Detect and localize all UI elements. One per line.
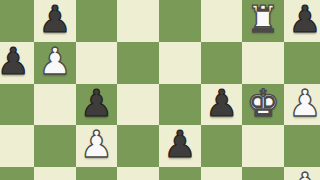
square-r5-c3[interactable] bbox=[76, 167, 118, 180]
square-r3-c3[interactable]: ♟ bbox=[76, 84, 118, 126]
square-r4-c6[interactable] bbox=[201, 125, 243, 167]
square-r5-c8[interactable]: ♟ bbox=[284, 167, 320, 180]
square-r1-c3[interactable] bbox=[76, 0, 118, 42]
square-r4-c2[interactable] bbox=[34, 125, 76, 167]
square-r4-c5[interactable]: ♟ bbox=[159, 125, 201, 167]
square-r5-c6[interactable] bbox=[201, 167, 243, 180]
square-r2-c7[interactable] bbox=[242, 42, 284, 84]
chess-board: ♟♜♟♟♟♟♟♚♟♟♟♟ bbox=[0, 0, 320, 180]
square-r1-c4[interactable] bbox=[117, 0, 159, 42]
square-r1-c1[interactable] bbox=[0, 0, 34, 42]
square-r5-c5[interactable] bbox=[159, 167, 201, 180]
black-pawn[interactable]: ♟ bbox=[163, 124, 196, 166]
square-r1-c6[interactable] bbox=[201, 0, 243, 42]
square-r2-c4[interactable] bbox=[117, 42, 159, 84]
white-pawn[interactable]: ♟ bbox=[80, 124, 113, 166]
black-pawn[interactable]: ♟ bbox=[38, 0, 71, 41]
square-r5-c2[interactable] bbox=[34, 167, 76, 180]
square-r1-c5[interactable] bbox=[159, 0, 201, 42]
square-r2-c5[interactable] bbox=[159, 42, 201, 84]
square-r2-c8[interactable] bbox=[284, 42, 320, 84]
square-r1-c8[interactable]: ♟ bbox=[284, 0, 320, 42]
square-r4-c3[interactable]: ♟ bbox=[76, 125, 118, 167]
black-pawn[interactable]: ♟ bbox=[80, 83, 113, 125]
square-r3-c6[interactable]: ♟ bbox=[201, 84, 243, 126]
square-r2-c6[interactable] bbox=[201, 42, 243, 84]
square-r3-c8[interactable]: ♟ bbox=[284, 84, 320, 126]
square-r5-c4[interactable] bbox=[117, 167, 159, 180]
white-pawn[interactable]: ♟ bbox=[288, 166, 320, 180]
square-r3-c2[interactable] bbox=[34, 84, 76, 126]
square-r4-c8[interactable] bbox=[284, 125, 320, 167]
square-r4-c1[interactable] bbox=[0, 125, 34, 167]
black-pawn[interactable]: ♟ bbox=[205, 83, 238, 125]
square-r3-c7[interactable]: ♚ bbox=[242, 84, 284, 126]
white-rook[interactable]: ♜ bbox=[247, 0, 280, 41]
white-pawn[interactable]: ♟ bbox=[38, 41, 71, 83]
square-r3-c4[interactable] bbox=[117, 84, 159, 126]
square-r2-c2[interactable]: ♟ bbox=[34, 42, 76, 84]
square-r1-c7[interactable]: ♜ bbox=[242, 0, 284, 42]
square-r1-c2[interactable]: ♟ bbox=[34, 0, 76, 42]
square-r5-c7[interactable] bbox=[242, 167, 284, 180]
square-r3-c5[interactable] bbox=[159, 84, 201, 126]
square-r4-c4[interactable] bbox=[117, 125, 159, 167]
square-r2-c1[interactable]: ♟ bbox=[0, 42, 34, 84]
square-r4-c7[interactable] bbox=[242, 125, 284, 167]
white-king[interactable]: ♚ bbox=[247, 83, 280, 125]
black-pawn[interactable]: ♟ bbox=[288, 0, 320, 41]
white-pawn[interactable]: ♟ bbox=[288, 83, 320, 125]
square-r5-c1[interactable] bbox=[0, 167, 34, 180]
chess-board-viewport: ♟♜♟♟♟♟♟♚♟♟♟♟ bbox=[0, 0, 320, 180]
square-r3-c1[interactable] bbox=[0, 84, 34, 126]
black-pawn[interactable]: ♟ bbox=[0, 41, 30, 83]
square-r2-c3[interactable] bbox=[76, 42, 118, 84]
